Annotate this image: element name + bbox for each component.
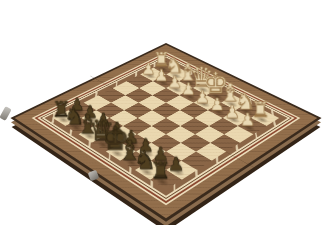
chess-board: ♜♞♝♛♚♝♞♜♟♟♟♟♟♟♟♟♟♟♟♟♟♟♟♟♜♞♝♛♚♝♞♜ <box>10 43 321 222</box>
white-pawn: ♟ <box>240 112 256 129</box>
board-frame: ♜♞♝♛♚♝♞♜♟♟♟♟♟♟♟♟♟♟♟♟♟♟♟♟♜♞♝♛♚♝♞♜ <box>15 45 318 219</box>
piece-anchor: ♟ <box>237 112 257 129</box>
chess-set-photo: ♜♞♝♛♚♝♞♜♟♟♟♟♟♟♟♟♟♟♟♟♟♟♟♟♜♞♝♛♚♝♞♜ <box>0 0 332 225</box>
board-rim: ♜♞♝♛♚♝♞♜♟♟♟♟♟♟♟♟♟♟♟♟♟♟♟♟♜♞♝♛♚♝♞♜ <box>10 43 321 222</box>
inlay-maple-band: ♜♞♝♛♚♝♞♜♟♟♟♟♟♟♟♟♟♟♟♟♟♟♟♟♜♞♝♛♚♝♞♜ <box>37 55 294 202</box>
inlay-diamond-strip: ♜♞♝♛♚♝♞♜♟♟♟♟♟♟♟♟♟♟♟♟♟♟♟♟♜♞♝♛♚♝♞♜ <box>44 58 287 196</box>
inlay-mahogany: ♜♞♝♛♚♝♞♜♟♟♟♟♟♟♟♟♟♟♟♟♟♟♟♟♜♞♝♛♚♝♞♜ <box>34 53 297 203</box>
inlay-maple-outer: ♜♞♝♛♚♝♞♜♟♟♟♟♟♟♟♟♟♟♟♟♟♟♟♟♜♞♝♛♚♝♞♜ <box>32 52 301 205</box>
black-rook: ♜ <box>150 160 171 184</box>
metal-hinge <box>0 106 12 121</box>
piece-anchor: ♜ <box>149 160 171 184</box>
inlay-pinstripe: ♜♞♝♛♚♝♞♜♟♟♟♟♟♟♟♟♟♟♟♟♟♟♟♟♜♞♝♛♚♝♞♜ <box>40 56 292 199</box>
square-c5 <box>124 103 152 118</box>
